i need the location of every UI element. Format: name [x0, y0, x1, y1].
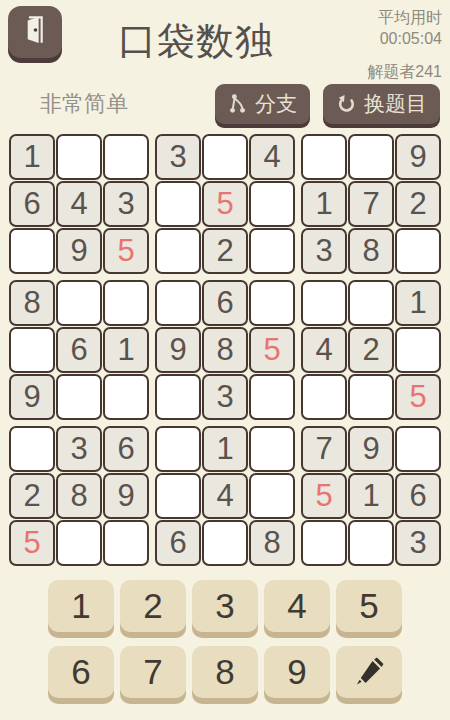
cell-r5c8[interactable]: 2 — [348, 327, 394, 373]
cell-r8c2[interactable]: 8 — [56, 473, 102, 519]
cell-r4c8[interactable] — [348, 280, 394, 326]
cell-r7c6[interactable] — [249, 426, 295, 472]
cell-r4c1[interactable]: 8 — [9, 280, 55, 326]
cell-r4c9[interactable]: 1 — [395, 280, 441, 326]
cell-r1c4[interactable]: 3 — [155, 134, 201, 180]
cell-r1c8[interactable] — [348, 134, 394, 180]
box-2-3: 1425 — [301, 280, 441, 420]
change-puzzle-button-label: 换题目 — [364, 90, 427, 118]
key-5[interactable]: 5 — [336, 580, 402, 632]
cell-r3c2[interactable]: 9 — [56, 228, 102, 274]
cell-r3c1[interactable] — [9, 228, 55, 274]
cell-r2c5[interactable]: 5 — [202, 181, 248, 227]
refresh-icon — [336, 94, 357, 115]
cell-r2c2[interactable]: 4 — [56, 181, 102, 227]
cell-r2c8[interactable]: 7 — [348, 181, 394, 227]
cell-r9c7[interactable] — [301, 520, 347, 566]
cell-r3c3[interactable]: 5 — [103, 228, 149, 274]
cell-r2c7[interactable]: 1 — [301, 181, 347, 227]
cell-r4c4[interactable] — [155, 280, 201, 326]
cell-r8c7[interactable]: 5 — [301, 473, 347, 519]
cell-r3c9[interactable] — [395, 228, 441, 274]
key-8[interactable]: 8 — [192, 646, 258, 698]
cell-r5c4[interactable]: 9 — [155, 327, 201, 373]
cell-r5c6[interactable]: 5 — [249, 327, 295, 373]
cell-r8c1[interactable]: 2 — [9, 473, 55, 519]
key-4[interactable]: 4 — [264, 580, 330, 632]
difficulty-label: 非常简单 — [40, 89, 128, 119]
avg-time-label: 平均用时 — [330, 8, 442, 29]
pencil-icon — [352, 655, 386, 689]
cell-r1c2[interactable] — [56, 134, 102, 180]
header: 口袋数独 平均用时 00:05:04 解题者241 — [0, 0, 450, 78]
cell-r5c2[interactable]: 6 — [56, 327, 102, 373]
toolbar: 非常简单 分支 换题目 — [0, 82, 450, 126]
cell-r1c1[interactable]: 1 — [9, 134, 55, 180]
solvers-count: 解题者241 — [330, 62, 442, 83]
cell-r1c6[interactable]: 4 — [249, 134, 295, 180]
box-1-1: 164395 — [9, 134, 149, 274]
box-1-3: 917238 — [301, 134, 441, 274]
cell-r4c5[interactable]: 6 — [202, 280, 248, 326]
cell-r1c5[interactable] — [202, 134, 248, 180]
box-2-2: 69853 — [155, 280, 295, 420]
cell-r7c4[interactable] — [155, 426, 201, 472]
page-title: 口袋数独 — [62, 16, 330, 67]
cell-r9c1[interactable]: 5 — [9, 520, 55, 566]
box-3-3: 795163 — [301, 426, 441, 566]
box-2-1: 8619 — [9, 280, 149, 420]
cell-r9c2[interactable] — [56, 520, 102, 566]
cell-r6c7[interactable] — [301, 374, 347, 420]
cell-r4c3[interactable] — [103, 280, 149, 326]
cell-r4c2[interactable] — [56, 280, 102, 326]
cell-r3c4[interactable] — [155, 228, 201, 274]
cell-r9c3[interactable] — [103, 520, 149, 566]
branch-icon — [228, 93, 248, 115]
cell-r5c1[interactable] — [9, 327, 55, 373]
cell-r7c8[interactable]: 9 — [348, 426, 394, 472]
cell-r8c9[interactable]: 6 — [395, 473, 441, 519]
cell-r8c6[interactable] — [249, 473, 295, 519]
cell-r6c2[interactable] — [56, 374, 102, 420]
cell-r3c5[interactable]: 2 — [202, 228, 248, 274]
cell-r7c7[interactable]: 7 — [301, 426, 347, 472]
key-2[interactable]: 2 — [120, 580, 186, 632]
cell-r2c9[interactable]: 2 — [395, 181, 441, 227]
cell-r6c9[interactable]: 5 — [395, 374, 441, 420]
sudoku-board: 1643953452917238861969853142536289514687… — [9, 134, 441, 566]
cell-r7c9[interactable] — [395, 426, 441, 472]
cell-r3c6[interactable] — [249, 228, 295, 274]
cell-r2c6[interactable] — [249, 181, 295, 227]
cell-r9c9[interactable]: 3 — [395, 520, 441, 566]
cell-r1c3[interactable] — [103, 134, 149, 180]
cell-r6c1[interactable]: 9 — [9, 374, 55, 420]
cell-r6c3[interactable] — [103, 374, 149, 420]
door-icon — [19, 13, 51, 51]
cell-r3c8[interactable]: 8 — [348, 228, 394, 274]
cell-r8c8[interactable]: 1 — [348, 473, 394, 519]
box-3-1: 362895 — [9, 426, 149, 566]
cell-r7c1[interactable] — [9, 426, 55, 472]
cell-r7c5[interactable]: 1 — [202, 426, 248, 472]
cell-r7c2[interactable]: 3 — [56, 426, 102, 472]
key-9[interactable]: 9 — [264, 646, 330, 698]
cell-r8c5[interactable]: 4 — [202, 473, 248, 519]
cell-r6c5[interactable]: 3 — [202, 374, 248, 420]
key-3[interactable]: 3 — [192, 580, 258, 632]
cell-r5c7[interactable]: 4 — [301, 327, 347, 373]
branch-button-label: 分支 — [255, 90, 297, 118]
cell-r6c6[interactable] — [249, 374, 295, 420]
cell-r7c3[interactable]: 6 — [103, 426, 149, 472]
cell-r3c7[interactable]: 3 — [301, 228, 347, 274]
cell-r6c8[interactable] — [348, 374, 394, 420]
cell-r4c7[interactable] — [301, 280, 347, 326]
pencil-button[interactable] — [336, 646, 402, 698]
cell-r6c4[interactable] — [155, 374, 201, 420]
cell-r4c6[interactable] — [249, 280, 295, 326]
cell-r1c9[interactable]: 9 — [395, 134, 441, 180]
key-7[interactable]: 7 — [120, 646, 186, 698]
cell-r5c5[interactable]: 8 — [202, 327, 248, 373]
avg-time-value: 00:05:04 — [330, 29, 442, 50]
cell-r2c1[interactable]: 6 — [9, 181, 55, 227]
sudoku-app: 口袋数独 平均用时 00:05:04 解题者241 非常简单 分支 — [0, 0, 450, 720]
cell-r1c7[interactable] — [301, 134, 347, 180]
box-1-2: 3452 — [155, 134, 295, 274]
number-pad: 123456789 — [48, 580, 402, 698]
cell-r9c6[interactable]: 8 — [249, 520, 295, 566]
exit-button[interactable] — [8, 6, 62, 58]
stats-panel: 平均用时 00:05:04 解题者241 — [330, 8, 442, 82]
key-6[interactable]: 6 — [48, 646, 114, 698]
cell-r5c9[interactable] — [395, 327, 441, 373]
key-1[interactable]: 1 — [48, 580, 114, 632]
cell-r2c4[interactable] — [155, 181, 201, 227]
cell-r8c4[interactable] — [155, 473, 201, 519]
cell-r9c8[interactable] — [348, 520, 394, 566]
cell-r9c4[interactable]: 6 — [155, 520, 201, 566]
change-puzzle-button[interactable]: 换题目 — [323, 84, 440, 124]
cell-r2c3[interactable]: 3 — [103, 181, 149, 227]
cell-r8c3[interactable]: 9 — [103, 473, 149, 519]
cell-r5c3[interactable]: 1 — [103, 327, 149, 373]
cell-r9c5[interactable] — [202, 520, 248, 566]
branch-button[interactable]: 分支 — [215, 84, 310, 124]
box-3-2: 1468 — [155, 426, 295, 566]
